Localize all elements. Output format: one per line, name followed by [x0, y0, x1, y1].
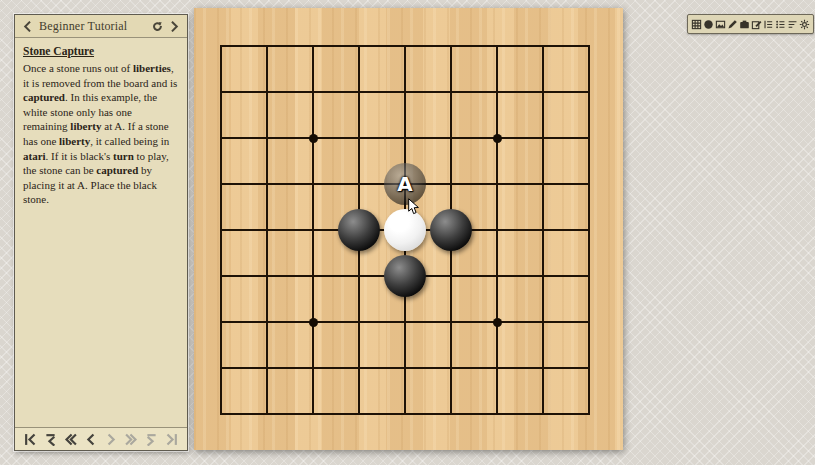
grid-line [542, 69, 545, 115]
intersection-B7[interactable] [244, 115, 290, 161]
grid-line [358, 299, 361, 345]
grid-line [496, 253, 499, 299]
intersection-A7[interactable] [198, 115, 244, 161]
previous-tutorial-button[interactable] [22, 21, 33, 32]
intersection-F8[interactable] [428, 69, 474, 115]
grid-line [588, 345, 591, 391]
intersection-F5[interactable] [428, 207, 474, 253]
go-to-end-button[interactable] [165, 433, 178, 446]
grid-line [220, 253, 223, 299]
grid-line [266, 299, 269, 345]
grid-line [542, 253, 545, 299]
intersection-C6[interactable] [290, 161, 336, 207]
star-point [493, 318, 502, 327]
grid-line [404, 391, 407, 415]
grid-line [450, 345, 453, 391]
intersection-F7[interactable] [428, 115, 474, 161]
intersection-E2[interactable] [382, 345, 428, 391]
intersection-G9[interactable] [474, 23, 520, 69]
intersection-C8[interactable] [290, 69, 336, 115]
toolbar [687, 14, 814, 34]
next-branch-icon [145, 433, 158, 446]
intersection-J7[interactable] [566, 115, 612, 161]
grid-line [220, 45, 244, 48]
grid-line [588, 207, 591, 253]
fast-forward-button[interactable] [125, 433, 138, 446]
lesson-text-area: Stone Capture Once a stone runs out of l… [15, 38, 187, 427]
tutorial-panel: Beginner Tutorial Stone Capture Once a s… [14, 14, 188, 451]
intersection-G7[interactable] [474, 115, 520, 161]
grid-line [312, 253, 315, 299]
grid-line [358, 253, 361, 299]
refresh-icon [152, 21, 163, 32]
grid-line [450, 69, 453, 115]
grid-line [588, 299, 591, 345]
grid-line [220, 161, 223, 207]
previous-branch-icon [44, 433, 57, 446]
intersection-H3[interactable] [520, 299, 566, 345]
grid-line [312, 391, 315, 415]
grid-line [266, 115, 269, 161]
intersection-D5[interactable] [336, 207, 382, 253]
grid-line [220, 207, 223, 253]
intersection-J3[interactable] [566, 299, 612, 345]
star-point [493, 134, 502, 143]
intersection-J8[interactable] [566, 69, 612, 115]
playback-controls [15, 427, 187, 450]
grid-line [496, 207, 499, 253]
grid-line [588, 161, 591, 207]
grid-line [542, 115, 545, 161]
grid-line [220, 321, 244, 324]
intersection-G1[interactable] [474, 391, 520, 437]
grid-icon[interactable] [691, 19, 702, 30]
intersection-D3[interactable] [336, 299, 382, 345]
grid-line [496, 345, 499, 391]
grid-line [542, 161, 545, 207]
intersection-D1[interactable] [336, 391, 382, 437]
grid-line [358, 391, 361, 415]
intersection-B8[interactable] [244, 69, 290, 115]
intersection-A9[interactable] [198, 23, 244, 69]
intersection-E9[interactable] [382, 23, 428, 69]
intersection-C3[interactable] [290, 299, 336, 345]
grid-line [266, 207, 269, 253]
lesson-title: Stone Capture [23, 45, 179, 57]
grid-line [358, 115, 361, 161]
intersection-B9[interactable] [244, 23, 290, 69]
grid-line [266, 45, 269, 69]
grid-line [266, 345, 269, 391]
go-to-start-icon [24, 433, 37, 446]
intersection-B1[interactable] [244, 391, 290, 437]
grid-line [220, 367, 244, 370]
black-stone [338, 209, 380, 251]
intersection-H9[interactable] [520, 23, 566, 69]
gear-icon[interactable] [799, 19, 810, 30]
intersection-A3[interactable] [198, 299, 244, 345]
black-stone [430, 209, 472, 251]
go-to-end-icon [165, 433, 178, 446]
intersection-H6[interactable] [520, 161, 566, 207]
intersection-A4[interactable] [198, 253, 244, 299]
previous-branch-button[interactable] [44, 433, 57, 446]
grid-line [496, 161, 499, 207]
grid-line [220, 229, 244, 232]
black-stone [384, 255, 426, 297]
grid-line [496, 69, 499, 115]
bullet-list-icon[interactable] [775, 19, 786, 30]
lesson-paragraph: Once a stone runs out of liberties, it i… [23, 61, 179, 207]
grid-line [404, 299, 407, 345]
grid-line [542, 207, 545, 253]
app-window: Beginner Tutorial Stone Capture Once a s… [0, 0, 815, 465]
rewind-button[interactable] [64, 433, 77, 446]
grid-line [266, 253, 269, 299]
grid-line [450, 253, 453, 299]
grid-line [542, 391, 545, 415]
intersection-E1[interactable] [382, 391, 428, 437]
grid-line [312, 69, 315, 115]
go-to-start-button[interactable] [24, 433, 37, 446]
step-forward-button[interactable] [105, 433, 118, 446]
grid-line [588, 391, 591, 415]
intersection-B6[interactable] [244, 161, 290, 207]
chevron-left-icon [22, 21, 33, 32]
image-icon[interactable] [715, 19, 726, 30]
grid-line [404, 115, 407, 161]
intersection-D2[interactable] [336, 345, 382, 391]
intersection-J6[interactable] [566, 161, 612, 207]
grid-line [220, 413, 244, 416]
intersection-F2[interactable] [428, 345, 474, 391]
goban: A [194, 8, 623, 450]
grid-line [588, 45, 591, 69]
grid-line [542, 45, 545, 69]
step-back-button[interactable] [84, 433, 97, 446]
goban-grid: A [198, 23, 612, 437]
intersection-C2[interactable] [290, 345, 336, 391]
intersection-E5[interactable] [382, 207, 428, 253]
star-point [309, 318, 318, 327]
intersection-G3[interactable] [474, 299, 520, 345]
grid-line [542, 345, 545, 391]
grid-line [220, 115, 223, 161]
edit-icon[interactable] [751, 19, 762, 30]
list-icon[interactable] [763, 19, 774, 30]
rewind-icon [64, 433, 77, 446]
intersection-J5[interactable] [566, 207, 612, 253]
intersection-D7[interactable] [336, 115, 382, 161]
intersection-H1[interactable] [520, 391, 566, 437]
grid-line [220, 299, 223, 345]
grid-line [450, 115, 453, 161]
stone-icon[interactable] [703, 19, 714, 30]
grid-line [542, 299, 545, 345]
grid-line [220, 275, 244, 278]
mouse-cursor-icon [407, 198, 420, 216]
intersection-A2[interactable] [198, 345, 244, 391]
intersection-A5[interactable] [198, 207, 244, 253]
intersection-E3[interactable] [382, 299, 428, 345]
grid-line [220, 45, 223, 69]
step-back-icon [84, 433, 97, 446]
intersection-A6[interactable] [198, 161, 244, 207]
intersection-A8[interactable] [198, 69, 244, 115]
intersection-H7[interactable] [520, 115, 566, 161]
intersection-F9[interactable] [428, 23, 474, 69]
intersection-C9[interactable] [290, 23, 336, 69]
grid-line [496, 45, 499, 69]
tutorial-header: Beginner Tutorial [15, 15, 187, 38]
intersection-B4[interactable] [244, 253, 290, 299]
intersection-C1[interactable] [290, 391, 336, 437]
camera-icon[interactable] [739, 19, 750, 30]
intersection-B5[interactable] [244, 207, 290, 253]
next-tutorial-button[interactable] [169, 21, 180, 32]
tutorial-title: Beginner Tutorial [39, 19, 146, 34]
grid-line [450, 299, 453, 345]
intersection-E4[interactable] [382, 253, 428, 299]
intersection-D8[interactable] [336, 69, 382, 115]
intersection-C5[interactable] [290, 207, 336, 253]
grid-line [404, 45, 407, 69]
intersection-J1[interactable] [566, 391, 612, 437]
intersection-G5[interactable] [474, 207, 520, 253]
grid-line [312, 345, 315, 391]
intersection-G2[interactable] [474, 345, 520, 391]
grid-line [220, 391, 223, 415]
grid-line [404, 345, 407, 391]
grid-line [220, 137, 244, 140]
restart-button[interactable] [152, 21, 163, 32]
grid-line [266, 391, 269, 415]
grid-line [220, 345, 223, 391]
grid-line [266, 69, 269, 115]
intersection-C4[interactable] [290, 253, 336, 299]
grid-line [220, 183, 244, 186]
star-point [309, 134, 318, 143]
intersection-H2[interactable] [520, 345, 566, 391]
grid-line [312, 207, 315, 253]
grid-line [450, 161, 453, 207]
intersection-J4[interactable] [566, 253, 612, 299]
grid-line [358, 161, 361, 207]
intersection-G8[interactable] [474, 69, 520, 115]
grid-line [312, 45, 315, 69]
intersection-H4[interactable] [520, 253, 566, 299]
fast-forward-icon [125, 433, 138, 446]
intersection-H8[interactable] [520, 69, 566, 115]
intersection-E6[interactable]: A [382, 161, 428, 207]
intersection-C7[interactable] [290, 115, 336, 161]
intersection-F3[interactable] [428, 299, 474, 345]
intersection-E8[interactable] [382, 69, 428, 115]
grid-line [588, 253, 591, 299]
grid-line [220, 69, 223, 115]
chevron-right-icon [169, 21, 180, 32]
grid-line [588, 69, 591, 115]
grid-line [312, 161, 315, 207]
intersection-D4[interactable] [336, 253, 382, 299]
intersection-E7[interactable] [382, 115, 428, 161]
intersection-F1[interactable] [428, 391, 474, 437]
intersection-B3[interactable] [244, 299, 290, 345]
pencil-icon[interactable] [727, 19, 738, 30]
intersection-J9[interactable] [566, 23, 612, 69]
intersection-H5[interactable] [520, 207, 566, 253]
next-branch-button[interactable] [145, 433, 158, 446]
intersection-G4[interactable] [474, 253, 520, 299]
grid-line [358, 45, 361, 69]
grid-line [450, 391, 453, 415]
sort-lines-icon[interactable] [787, 19, 798, 30]
grid-line [404, 69, 407, 115]
grid-line [220, 91, 244, 94]
intersection-B2[interactable] [244, 345, 290, 391]
grid-line [358, 345, 361, 391]
grid-line [496, 391, 499, 415]
grid-line [358, 69, 361, 115]
page-background: { "game": "go", "board": { "size": 9, "s… [0, 0, 815, 465]
grid-line [450, 45, 453, 69]
intersection-A1[interactable] [198, 391, 244, 437]
grid-line [588, 115, 591, 161]
intersection-G6[interactable] [474, 161, 520, 207]
intersection-F6[interactable] [428, 161, 474, 207]
step-forward-icon [105, 433, 118, 446]
intersection-D9[interactable] [336, 23, 382, 69]
intersection-F4[interactable] [428, 253, 474, 299]
intersection-D6[interactable] [336, 161, 382, 207]
intersection-J2[interactable] [566, 345, 612, 391]
grid-line [266, 161, 269, 207]
